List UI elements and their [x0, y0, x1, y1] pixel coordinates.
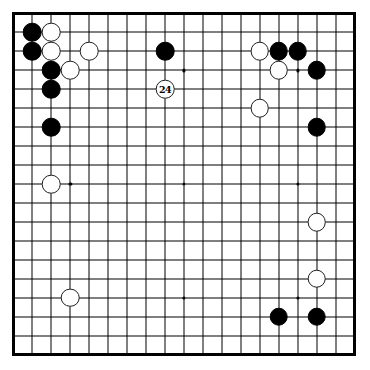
grid-line-vertical: [259, 14, 260, 355]
black-stone: [42, 80, 61, 99]
grid-line-horizontal: [14, 203, 355, 204]
white-stone: [42, 42, 61, 61]
white-stone: [251, 99, 270, 118]
white-stone: [42, 23, 61, 42]
star-point: [182, 296, 185, 299]
grid-line-horizontal: [14, 259, 355, 260]
white-stone: [251, 42, 270, 61]
star-point: [296, 182, 299, 185]
white-stone: [307, 270, 326, 289]
white-stone: [61, 288, 80, 307]
grid-line-vertical: [240, 14, 241, 355]
move-number-label: 24: [159, 85, 171, 95]
black-stone: [270, 42, 289, 61]
black-stone: [156, 42, 175, 61]
star-point: [182, 182, 185, 185]
white-stone: [80, 42, 99, 61]
grid-line-vertical: [203, 14, 204, 355]
go-board: 24: [14, 14, 355, 355]
star-point: [296, 69, 299, 72]
grid-line-horizontal: [14, 278, 355, 279]
black-stone: [307, 118, 326, 137]
numbered-stone-24: 24: [156, 80, 175, 99]
black-stone: [42, 61, 61, 80]
star-point: [182, 69, 185, 72]
black-stone: [307, 61, 326, 80]
white-stone: [307, 213, 326, 232]
black-stone: [288, 42, 307, 61]
black-stone: [23, 23, 42, 42]
black-stone: [307, 307, 326, 326]
star-point: [296, 296, 299, 299]
grid-line-horizontal: [14, 316, 355, 317]
grid-line-horizontal: [14, 221, 355, 222]
grid-line-vertical: [335, 14, 336, 355]
black-stone: [23, 42, 42, 61]
star-point: [69, 182, 72, 185]
grid-line-vertical: [221, 14, 222, 355]
black-stone: [42, 118, 61, 137]
white-stone: [270, 61, 289, 80]
grid-line-horizontal: [14, 240, 355, 241]
white-stone: [42, 175, 61, 194]
go-diagram: 24: [0, 0, 370, 370]
white-stone: [61, 61, 80, 80]
grid-line-horizontal: [14, 335, 355, 336]
black-stone: [270, 307, 289, 326]
